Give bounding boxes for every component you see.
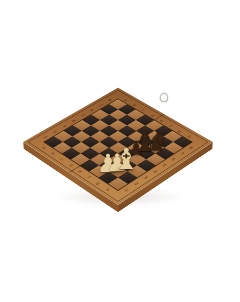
coordinate-label: c — [60, 157, 66, 161]
board-cell-b1 — [53, 142, 72, 153]
board-cell-g3 — [118, 159, 137, 171]
board-cell-e4 — [109, 142, 128, 153]
board-cell-h5 — [146, 153, 165, 165]
coordinate-label: e — [78, 169, 84, 173]
frame-coordinates-right: 87654321 — [119, 142, 199, 195]
coordinate-label: b — [132, 103, 138, 106]
board-cell-h3 — [128, 165, 147, 177]
coordinate-label: d — [69, 163, 75, 167]
coordinate-label: e — [160, 119, 166, 122]
coordinate-label: f — [87, 175, 92, 178]
board-cell-f1 — [89, 165, 108, 177]
board-cell-f3 — [109, 153, 128, 165]
board-cell-g5 — [137, 148, 156, 160]
coordinate-label: a — [123, 98, 128, 101]
chessboard-3d-scene: abcdefgh abcdefgh 87654321 87654321 — [0, 0, 240, 302]
coordinate-label: a — [42, 145, 48, 149]
coordinate-label: g — [178, 129, 184, 133]
board-cell-f5 — [127, 142, 146, 153]
coordinate-label: 1 — [124, 188, 130, 192]
coordinate-label: h — [187, 135, 193, 139]
board-cell-h6 — [155, 148, 174, 160]
board-top-face: abcdefgh abcdefgh 87654321 87654321 — [23, 88, 213, 205]
board-cell-h2 — [118, 171, 137, 183]
coordinate-label: 3 — [62, 124, 68, 127]
board-cell-d3 — [90, 142, 109, 153]
product-photo: abcdefgh abcdefgh 87654321 87654321 ♟♟♝♟… — [0, 0, 240, 302]
coordinate-label: 6 — [171, 157, 177, 161]
coordinate-label: 5 — [80, 113, 86, 116]
board-cell-e2 — [90, 153, 109, 165]
coordinate-label: g — [96, 181, 102, 185]
coordinate-label: h — [106, 187, 112, 191]
board-cell-g1 — [99, 171, 118, 183]
board-cell-c2 — [72, 142, 91, 153]
board-cell-f4 — [118, 148, 137, 160]
coordinate-label: 5 — [162, 163, 168, 167]
coordinate-label: 3 — [143, 175, 149, 179]
coordinate-label: 7 — [98, 103, 104, 106]
coordinate-label: 4 — [152, 169, 158, 173]
coordinate-label: f — [169, 124, 174, 127]
chess-board: abcdefgh abcdefgh 87654321 87654321 — [23, 88, 213, 205]
board-cell-e3 — [99, 148, 118, 160]
coordinate-label: 6 — [89, 108, 95, 111]
coordinate-label: d — [150, 114, 156, 117]
board-cell-d2 — [81, 148, 100, 160]
coordinate-label: 7 — [180, 151, 186, 155]
board-cell-g2 — [108, 165, 127, 177]
coordinate-label: 2 — [52, 129, 58, 133]
board-cell-h4 — [137, 159, 156, 171]
board-cell-h1 — [108, 177, 127, 190]
board-cell-e1 — [80, 159, 99, 171]
coordinate-label: 1 — [43, 135, 49, 139]
coordinate-label: b — [51, 151, 57, 155]
board-cell-d1 — [71, 153, 90, 165]
board-cell-g4 — [127, 153, 146, 165]
coordinate-label: 8 — [107, 98, 113, 101]
coordinate-label: 4 — [71, 119, 77, 122]
coordinate-label: 2 — [134, 181, 140, 185]
coordinate-label: 8 — [188, 145, 194, 149]
board-cell-f2 — [99, 159, 118, 171]
board-cell-h7 — [164, 142, 183, 153]
coordinate-label: c — [141, 108, 146, 111]
board-cell-c1 — [62, 148, 81, 160]
board-cell-g6 — [146, 142, 165, 153]
frame-coordinates-bottom: abcdefgh — [37, 142, 117, 195]
